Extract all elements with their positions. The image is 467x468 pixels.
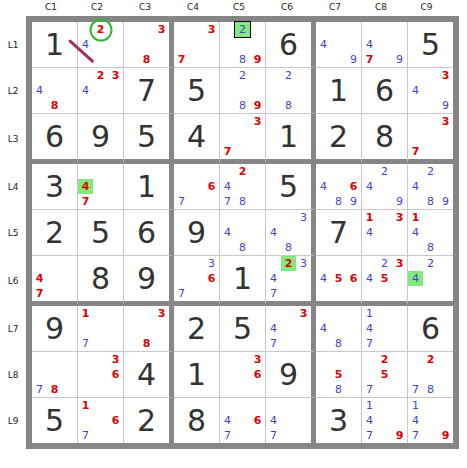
col-label-C6: C6 [262,2,312,12]
candidate-6: 6 [346,179,361,194]
cell-L7C3[interactable]: 38 [124,306,174,352]
cell-L2C3[interactable]: 7 [124,68,174,114]
pencil-marks: 348 [266,210,311,255]
solved-digit: 5 [32,398,77,443]
row-label-L5: L5 [0,210,26,256]
candidate-4: 4 [408,271,423,286]
candidate-8: 8 [423,382,438,397]
candidate-7: 7 [174,286,189,301]
candidate-3: 3 [204,22,219,37]
cell-L3C4[interactable]: 4 [174,114,220,164]
candidate-4: 4 [362,179,377,194]
col-label-C9: C9 [404,2,449,12]
candidate-2: 2 [423,164,438,179]
candidate-7: 7 [174,194,189,209]
cell-L8C9[interactable]: 278 [408,352,453,398]
candidate-9: 9 [346,194,361,209]
candidate-1: 1 [362,398,377,413]
cell-L6C4[interactable]: 367 [174,256,220,306]
cell-L3C7[interactable]: 2 [316,114,362,164]
solved-digit: 8 [78,256,123,301]
pencil-marks: 36 [220,352,265,397]
candidate-2: 2 [281,68,296,83]
candidate-2: 2 [93,22,108,37]
solved-digit: 7 [124,68,169,113]
cell-L5C3[interactable]: 6 [124,210,174,256]
pencil-marks: 47 [78,164,123,209]
cell-L1C6[interactable]: 6 [266,22,316,68]
cell-L3C6[interactable]: 1 [266,114,316,164]
solved-digit: 1 [174,352,219,397]
col-label-C3: C3 [120,2,170,12]
candidate-3: 3 [296,306,311,321]
pencil-marks: 467 [220,398,265,443]
cell-L6C1[interactable]: 47 [32,256,78,306]
cell-L1C9[interactable]: 5 [408,22,453,68]
candidate-8: 8 [281,240,296,255]
pencil-marks: 167 [78,398,123,443]
row-label-L8: L8 [0,352,26,398]
candidate-7: 7 [220,194,235,209]
candidate-6: 6 [204,179,219,194]
candidate-8: 8 [423,240,438,255]
candidate-4: 4 [220,225,235,240]
pencil-marks: 349 [408,68,453,113]
candidate-2: 2 [377,256,392,271]
cell-L6C2[interactable]: 8 [78,256,124,306]
solved-digit: 6 [32,114,77,159]
cell-L4C8[interactable]: 249 [362,164,408,210]
cell-L7C1[interactable]: 9 [32,306,78,352]
cell-L8C7[interactable]: 58 [316,352,362,398]
candidate-7: 7 [408,144,423,159]
candidate-7: 7 [174,52,189,67]
pencil-marks: 38 [124,306,169,351]
col-label-C8: C8 [358,2,404,12]
candidate-7: 7 [362,336,377,351]
solved-digit: 8 [362,114,407,159]
candidate-2: 2 [235,68,250,83]
cell-L2C6[interactable]: 28 [266,68,316,114]
cell-L6C5[interactable]: 1 [220,256,266,306]
candidate-2: 2 [423,256,438,271]
candidate-3: 3 [392,210,407,225]
solved-digit: 3 [316,398,361,443]
cell-L6C8[interactable]: 2345 [362,256,408,306]
cell-L1C8[interactable]: 479 [362,22,408,68]
candidate-6: 6 [204,271,219,286]
col-label-C5: C5 [216,2,262,12]
candidate-4: 4 [220,179,235,194]
solved-digit: 7 [316,210,361,255]
candidate-6: 6 [108,413,123,428]
pencil-marks: 48 [220,210,265,255]
pencil-marks: 37 [408,114,453,159]
solved-digit: 2 [32,210,77,255]
cell-L7C4[interactable]: 2 [174,306,220,352]
cell-L5C2[interactable]: 5 [78,210,124,256]
candidate-4: 4 [362,37,377,52]
cell-L1C5[interactable]: 289 [220,22,266,68]
candidate-4: 4 [78,83,93,98]
candidate-2: 2 [281,256,296,271]
candidate-5: 5 [331,271,346,286]
candidate-4: 4 [408,225,423,240]
candidate-7: 7 [220,144,235,159]
cell-L3C1[interactable]: 6 [32,114,78,164]
cell-L5C9[interactable]: 148 [408,210,453,256]
candidate-7: 7 [408,382,423,397]
candidate-4: 4 [316,37,331,52]
solved-digit: 1 [266,114,311,159]
pencil-marks: 17 [78,306,123,351]
solved-digit: 1 [32,22,77,67]
candidate-9: 9 [392,52,407,67]
candidate-4: 4 [362,413,377,428]
solved-digit: 2 [174,306,219,351]
pencil-marks: 28 [266,68,311,113]
solved-digit: 4 [174,114,219,159]
solved-digit: 6 [362,68,407,113]
cell-L1C1[interactable]: 1 [32,22,78,68]
pencil-marks: 47 [266,398,311,443]
candidate-3: 3 [438,114,453,129]
candidate-1: 1 [78,306,93,321]
col-label-C2: C2 [74,2,120,12]
cell-L5C7[interactable]: 7 [316,210,362,256]
candidate-3: 3 [296,256,311,271]
cell-L2C8[interactable]: 6 [362,68,408,114]
solved-digit: 5 [174,68,219,113]
pencil-marks: 67 [174,164,219,209]
candidate-4: 4 [32,271,47,286]
candidate-7: 7 [266,286,281,301]
candidate-8: 8 [423,194,438,209]
cell-L9C4[interactable]: 8 [174,398,220,443]
cell-L7C5[interactable]: 5 [220,306,266,352]
candidate-8: 8 [47,382,62,397]
cell-L3C5[interactable]: 37 [220,114,266,164]
solved-digit: 5 [408,22,453,67]
candidate-7: 7 [78,428,93,443]
candidate-8: 8 [235,194,250,209]
candidate-2: 2 [423,352,438,367]
candidate-2: 2 [377,164,392,179]
row-label-L3: L3 [0,114,26,164]
candidate-4: 4 [266,271,281,286]
solved-digit: 5 [220,306,265,351]
pencil-marks: 78 [32,352,77,397]
cell-L7C2[interactable]: 17 [78,306,124,352]
cell-L9C1[interactable]: 5 [32,398,78,443]
pencil-marks: 289 [220,68,265,113]
candidate-8: 8 [331,382,346,397]
candidate-4: 4 [266,413,281,428]
candidate-2: 2 [235,22,250,37]
cell-L1C4[interactable]: 37 [174,22,220,68]
cell-L6C3[interactable]: 9 [124,256,174,306]
pencil-marks: 347 [266,306,311,351]
row-label-L1: L1 [0,22,26,68]
cell-L8C1[interactable]: 78 [32,352,78,398]
cell-L3C9[interactable]: 37 [408,114,453,164]
cell-L4C3[interactable]: 1 [124,164,174,210]
col-label-C1: C1 [28,2,74,12]
cell-L5C4[interactable]: 9 [174,210,220,256]
candidate-4: 4 [316,271,331,286]
candidate-8: 8 [331,194,346,209]
cell-L3C2[interactable]: 9 [78,114,124,164]
cell-L7C9[interactable]: 6 [408,306,453,352]
candidate-3: 3 [154,22,169,37]
solved-digit: 6 [408,306,453,351]
cell-L4C1[interactable]: 3 [32,164,78,210]
pencil-marks: 24 [408,256,453,301]
solved-digit: 2 [124,398,169,443]
pencil-marks: 249 [362,164,407,209]
candidate-4: 4 [408,413,423,428]
cell-L2C4[interactable]: 5 [174,68,220,114]
pencil-marks: 1479 [408,398,453,443]
candidate-7: 7 [32,382,47,397]
cell-L5C6[interactable]: 348 [266,210,316,256]
candidate-7: 7 [266,428,281,443]
candidate-3: 3 [108,352,123,367]
candidate-3: 3 [108,68,123,83]
solved-digit: 9 [32,306,77,351]
cell-L9C6[interactable]: 47 [266,398,316,443]
pencil-marks: 479 [362,22,407,67]
cell-L9C7[interactable]: 3 [316,398,362,443]
candidate-7: 7 [408,428,423,443]
pencil-marks: 2347 [266,256,311,301]
cell-L9C2[interactable]: 167 [78,398,124,443]
candidate-7: 7 [78,336,93,351]
cell-L4C2[interactable]: 47 [78,164,124,210]
solved-digit: 1 [316,68,361,113]
candidate-4: 4 [316,179,331,194]
candidate-7: 7 [362,382,377,397]
pencil-marks: 38 [124,22,169,67]
candidate-1: 1 [78,398,93,413]
candidate-3: 3 [250,114,265,129]
candidate-6: 6 [108,367,123,382]
cell-L7C8[interactable]: 147 [362,306,408,352]
cell-L9C5[interactable]: 467 [220,398,266,443]
pencil-marks: 289 [220,22,265,67]
candidate-4: 4 [32,83,47,98]
pencil-marks: 4689 [316,164,361,209]
pencil-marks: 36 [78,352,123,397]
solved-digit: 3 [32,164,77,209]
candidate-7: 7 [32,286,47,301]
cell-L6C9[interactable]: 24 [408,256,453,306]
pencil-marks: 49 [316,22,361,67]
candidate-7: 7 [362,428,377,443]
cell-L7C7[interactable]: 48 [316,306,362,352]
pencil-marks: 278 [408,352,453,397]
candidate-2: 2 [93,68,108,83]
candidate-7: 7 [78,194,93,209]
cell-L2C9[interactable]: 349 [408,68,453,114]
solved-digit: 1 [124,164,169,209]
cell-L5C5[interactable]: 48 [220,210,266,256]
pencil-marks: 148 [408,210,453,255]
candidate-6: 6 [250,413,265,428]
candidate-4: 4 [362,271,377,286]
solved-digit: 8 [174,398,219,443]
candidate-4: 4 [362,225,377,240]
solved-digit: 5 [78,210,123,255]
candidate-4: 4 [266,321,281,336]
pencil-marks: 147 [362,306,407,351]
solved-digit: 9 [266,352,311,397]
candidate-7: 7 [266,336,281,351]
pencil-marks: 2489 [408,164,453,209]
cell-L2C2[interactable]: 234 [78,68,124,114]
candidate-7: 7 [220,428,235,443]
candidate-4: 4 [362,321,377,336]
cell-L1C7[interactable]: 49 [316,22,362,68]
candidate-4: 4 [408,83,423,98]
cell-L2C1[interactable]: 48 [32,68,78,114]
candidate-6: 6 [346,271,361,286]
cell-L6C6[interactable]: 2347 [266,256,316,306]
candidate-2: 2 [377,352,392,367]
row-labels: L1L2L3L4L5L6L7L8L9 [0,22,26,443]
candidate-1: 1 [362,210,377,225]
candidate-2: 2 [235,164,250,179]
cell-L5C8[interactable]: 134 [362,210,408,256]
candidate-3: 3 [154,306,169,321]
candidate-3: 3 [438,68,453,83]
cell-L8C5[interactable]: 36 [220,352,266,398]
pencil-marks: 134 [362,210,407,255]
candidate-5: 5 [377,367,392,382]
cell-L1C3[interactable]: 38 [124,22,174,68]
candidate-8: 8 [139,52,154,67]
cell-L4C7[interactable]: 4689 [316,164,362,210]
cell-L9C8[interactable]: 1479 [362,398,408,443]
cell-L4C9[interactable]: 2489 [408,164,453,210]
candidate-8: 8 [235,52,250,67]
cell-L9C9[interactable]: 1479 [408,398,453,443]
row-label-L6: L6 [0,256,26,306]
solved-digit: 5 [266,164,311,209]
cell-L1C2[interactable]: 24 [78,22,124,68]
cell-L4C4[interactable]: 67 [174,164,220,210]
cell-L3C3[interactable]: 5 [124,114,174,164]
candidate-4: 4 [266,225,281,240]
pencil-marks: 37 [220,114,265,159]
pencil-marks: 2478 [220,164,265,209]
solved-digit: 9 [78,114,123,159]
candidate-1: 1 [408,398,423,413]
column-labels: C1C2C3C4C5C6C7C8C9 [28,2,449,12]
candidate-9: 9 [392,428,407,443]
pencil-marks: 367 [174,256,219,301]
row-label-L4: L4 [0,164,26,210]
candidate-4: 4 [316,321,331,336]
pencil-marks: 58 [316,352,361,397]
candidate-9: 9 [438,98,453,113]
candidate-5: 5 [331,367,346,382]
solved-digit: 4 [124,352,169,397]
candidate-9: 9 [250,52,265,67]
pencil-marks: 48 [316,306,361,351]
candidate-4: 4 [78,37,93,52]
candidate-4: 4 [408,179,423,194]
pencil-marks: 47 [32,256,77,301]
candidate-4: 4 [78,179,93,194]
cell-L2C5[interactable]: 289 [220,68,266,114]
solved-digit: 6 [124,210,169,255]
cell-L2C7[interactable]: 1 [316,68,362,114]
cell-L6C7[interactable]: 456 [316,256,362,306]
pencil-marks: 456 [316,256,361,301]
cell-L9C3[interactable]: 2 [124,398,174,443]
candidate-9: 9 [250,98,265,113]
candidate-5: 5 [377,271,392,286]
pencil-marks: 234 [78,68,123,113]
solved-digit: 5 [124,114,169,159]
solved-digit: 1 [220,256,265,301]
row-label-L2: L2 [0,68,26,114]
cell-L3C8[interactable]: 8 [362,114,408,164]
pencil-marks: 1479 [362,398,407,443]
sudoku-grid: 1243837289649479548234752892816349695437… [26,16,459,449]
candidate-8: 8 [281,98,296,113]
candidate-9: 9 [438,194,453,209]
candidate-3: 3 [296,210,311,225]
cell-L8C2[interactable]: 36 [78,352,124,398]
pencil-marks: 37 [174,22,219,67]
candidate-3: 3 [204,256,219,271]
candidate-1: 1 [362,306,377,321]
solved-digit: 9 [174,210,219,255]
pencil-marks: 24 [78,22,123,67]
cell-L5C1[interactable]: 2 [32,210,78,256]
cell-L4C5[interactable]: 2478 [220,164,266,210]
solved-digit: 9 [124,256,169,301]
candidate-8: 8 [47,98,62,113]
solved-digit: 2 [316,114,361,159]
candidate-8: 8 [139,336,154,351]
candidate-9: 9 [392,194,407,209]
cell-L8C6[interactable]: 9 [266,352,316,398]
candidate-8: 8 [331,336,346,351]
cell-L4C6[interactable]: 5 [266,164,316,210]
cell-L8C4[interactable]: 1 [174,352,220,398]
pencil-marks: 2345 [362,256,407,301]
candidate-3: 3 [392,256,407,271]
candidate-8: 8 [235,98,250,113]
candidate-9: 9 [346,52,361,67]
candidate-1: 1 [408,210,423,225]
candidate-3: 3 [250,352,265,367]
pencil-marks: 257 [362,352,407,397]
cell-L8C3[interactable]: 4 [124,352,174,398]
col-label-C4: C4 [170,2,216,12]
cell-L7C6[interactable]: 347 [266,306,316,352]
candidate-8: 8 [235,240,250,255]
col-label-C7: C7 [312,2,358,12]
row-label-L9: L9 [0,398,26,443]
row-label-L7: L7 [0,306,26,352]
cell-L8C8[interactable]: 257 [362,352,408,398]
pencil-marks: 48 [32,68,77,113]
solved-digit: 6 [266,22,311,67]
